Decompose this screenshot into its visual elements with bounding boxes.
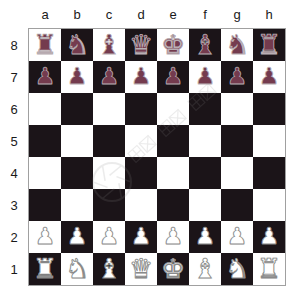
square-g7: ♟ — [221, 61, 253, 93]
file-label-c: c — [93, 0, 125, 28]
file-label-a: a — [29, 0, 61, 28]
rank-label-1: 1 — [0, 253, 28, 285]
square-h3 — [253, 189, 285, 221]
square-d7: ♟ — [125, 61, 157, 93]
square-d2: ♟ — [125, 221, 157, 253]
rank-label-7: 7 — [0, 61, 28, 93]
black-queen-d8: ♛ — [129, 31, 153, 58]
square-e5 — [157, 125, 189, 157]
square-e2: ♟ — [157, 221, 189, 253]
black-rook-a8: ♜ — [33, 31, 57, 58]
square-b1: ♞ — [61, 253, 93, 285]
rank-label-2: 2 — [0, 221, 28, 253]
square-b6 — [61, 93, 93, 125]
black-pawn-f7: ♟ — [195, 65, 216, 88]
square-c1: ♝ — [93, 253, 125, 285]
white-pawn-g2: ♟ — [227, 225, 248, 248]
square-d6 — [125, 93, 157, 125]
white-knight-g1: ♞ — [225, 255, 249, 282]
square-d5 — [125, 125, 157, 157]
square-a4 — [29, 157, 61, 189]
square-h8: ♜ — [253, 29, 285, 61]
file-labels: abcdefgh — [29, 0, 285, 28]
square-g6 — [221, 93, 253, 125]
square-e4 — [157, 157, 189, 189]
square-e8: ♚ — [157, 29, 189, 61]
square-a7: ♟ — [29, 61, 61, 93]
black-bishop-f8: ♝ — [193, 31, 217, 58]
square-b2: ♟ — [61, 221, 93, 253]
white-pawn-h2: ♟ — [259, 225, 280, 248]
file-label-e: e — [157, 0, 189, 28]
square-a8: ♜ — [29, 29, 61, 61]
square-g2: ♟ — [221, 221, 253, 253]
square-d1: ♛ — [125, 253, 157, 285]
square-b7: ♟ — [61, 61, 93, 93]
file-label-f: f — [189, 0, 221, 28]
square-g5 — [221, 125, 253, 157]
square-b5 — [61, 125, 93, 157]
square-h6 — [253, 93, 285, 125]
square-f6 — [189, 93, 221, 125]
square-b8: ♞ — [61, 29, 93, 61]
white-bishop-f1: ♝ — [193, 255, 217, 282]
square-g4 — [221, 157, 253, 189]
square-g8: ♞ — [221, 29, 253, 61]
white-bishop-c1: ♝ — [97, 255, 121, 282]
white-pawn-a2: ♟ — [35, 225, 56, 248]
square-a3 — [29, 189, 61, 221]
black-rook-h8: ♜ — [257, 31, 281, 58]
white-king-e1: ♚ — [161, 255, 185, 282]
square-c8: ♝ — [93, 29, 125, 61]
square-a2: ♟ — [29, 221, 61, 253]
square-b4 — [61, 157, 93, 189]
square-c3 — [93, 189, 125, 221]
square-f3 — [189, 189, 221, 221]
square-d3 — [125, 189, 157, 221]
black-king-e8: ♚ — [161, 31, 185, 58]
square-h7: ♟ — [253, 61, 285, 93]
square-d8: ♛ — [125, 29, 157, 61]
black-pawn-b7: ♟ — [67, 65, 88, 88]
white-pawn-c2: ♟ — [99, 225, 120, 248]
square-e6 — [157, 93, 189, 125]
square-h4 — [253, 157, 285, 189]
square-g3 — [221, 189, 253, 221]
black-pawn-e7: ♟ — [163, 65, 184, 88]
square-c4 — [93, 157, 125, 189]
square-c5 — [93, 125, 125, 157]
square-e3 — [157, 189, 189, 221]
black-knight-b8: ♞ — [65, 31, 89, 58]
square-c6 — [93, 93, 125, 125]
square-a1: ♜ — [29, 253, 61, 285]
white-queen-d1: ♛ — [129, 255, 153, 282]
black-bishop-c8: ♝ — [97, 31, 121, 58]
rank-label-3: 3 — [0, 189, 28, 221]
square-c2: ♟ — [93, 221, 125, 253]
black-pawn-g7: ♟ — [227, 65, 248, 88]
square-e7: ♟ — [157, 61, 189, 93]
square-f2: ♟ — [189, 221, 221, 253]
white-pawn-f2: ♟ — [195, 225, 216, 248]
square-f4 — [189, 157, 221, 189]
chess-board: ♜♞♝♛♚♝♞♜♟♟♟♟♟♟♟♟♟♟♟♟♟♟♟♟♜♞♝♛♚♝♞♜ — [28, 28, 286, 286]
black-pawn-d7: ♟ — [131, 65, 152, 88]
white-rook-a1: ♜ — [33, 255, 57, 282]
black-pawn-h7: ♟ — [259, 65, 280, 88]
white-knight-b1: ♞ — [65, 255, 89, 282]
file-label-g: g — [221, 0, 253, 28]
square-a6 — [29, 93, 61, 125]
file-label-b: b — [61, 0, 93, 28]
black-knight-g8: ♞ — [225, 31, 249, 58]
white-pawn-d2: ♟ — [131, 225, 152, 248]
file-label-d: d — [125, 0, 157, 28]
square-a5 — [29, 125, 61, 157]
black-pawn-a7: ♟ — [35, 65, 56, 88]
square-b3 — [61, 189, 93, 221]
white-rook-h1: ♜ — [257, 255, 281, 282]
chessboard-diagram: abcdefgh 87654321 ♜♞♝♛♚♝♞♜♟♟♟♟♟♟♟♟♟♟♟♟♟♟… — [0, 0, 300, 300]
square-h5 — [253, 125, 285, 157]
black-pawn-c7: ♟ — [99, 65, 120, 88]
rank-label-4: 4 — [0, 157, 28, 189]
square-f5 — [189, 125, 221, 157]
square-c7: ♟ — [93, 61, 125, 93]
square-f1: ♝ — [189, 253, 221, 285]
white-pawn-e2: ♟ — [163, 225, 184, 248]
file-label-h: h — [253, 0, 285, 28]
square-h2: ♟ — [253, 221, 285, 253]
rank-labels: 87654321 — [0, 29, 28, 285]
square-g1: ♞ — [221, 253, 253, 285]
square-d4 — [125, 157, 157, 189]
square-f7: ♟ — [189, 61, 221, 93]
rank-label-6: 6 — [0, 93, 28, 125]
square-f8: ♝ — [189, 29, 221, 61]
square-e1: ♚ — [157, 253, 189, 285]
rank-label-8: 8 — [0, 29, 28, 61]
white-pawn-b2: ♟ — [67, 225, 88, 248]
rank-label-5: 5 — [0, 125, 28, 157]
square-h1: ♜ — [253, 253, 285, 285]
